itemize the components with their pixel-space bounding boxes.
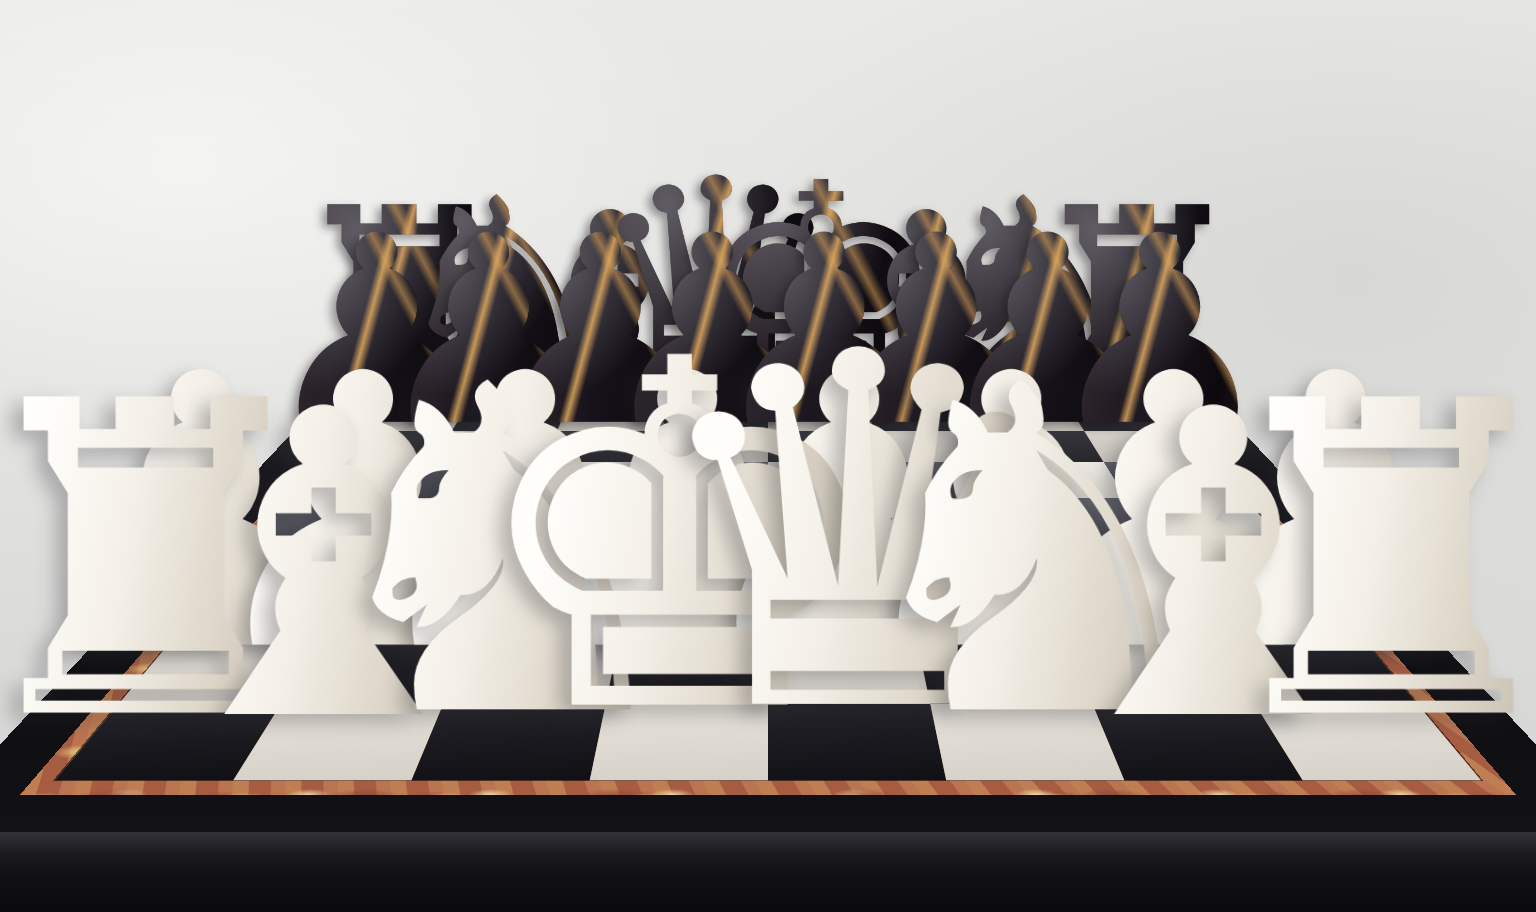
board-border-strip: ♜♞♝♛♚♝♞♜♟♟♟♟♟♟♟♟♟♟♟♟♟♟♟♟♜♝♞♚♛♞♝♜: [20, 399, 1517, 796]
photo-scene: ♜♞♝♛♚♝♞♜♟♟♟♟♟♟♟♟♟♟♟♟♟♟♟♟♜♝♞♚♛♞♝♜: [0, 0, 1536, 912]
square-h1[interactable]: ♜: [1255, 704, 1481, 781]
board-grid: ♜♞♝♛♚♝♞♜♟♟♟♟♟♟♟♟♟♟♟♟♟♟♟♟♜♝♞♚♛♞♝♜: [55, 403, 1481, 780]
chess-board-frame: ♜♞♝♛♚♝♞♜♟♟♟♟♟♟♟♟♟♟♟♟♟♟♟♟♜♝♞♚♛♞♝♜: [0, 388, 1536, 832]
piece-white-rook[interactable]: ♜: [1197, 346, 1536, 779]
